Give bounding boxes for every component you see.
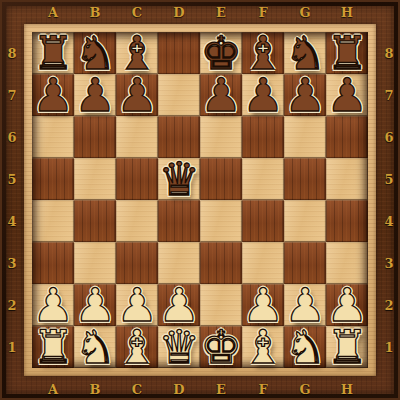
white-rook-a1[interactable]: ♜ <box>32 326 73 368</box>
square-g4[interactable] <box>284 200 326 242</box>
black-pawn-h7[interactable]: ♟ <box>326 74 367 116</box>
black-pawn-b7[interactable]: ♟ <box>74 74 115 116</box>
black-queen-d5[interactable]: ♛ <box>158 158 199 200</box>
square-g1[interactable]: ♞ <box>284 326 326 368</box>
square-c7[interactable]: ♟ <box>116 74 158 116</box>
square-f6[interactable] <box>242 116 284 158</box>
square-a1[interactable]: ♜ <box>32 326 74 368</box>
square-f1[interactable]: ♝ <box>242 326 284 368</box>
black-pawn-a7[interactable]: ♟ <box>32 74 73 116</box>
square-h1[interactable]: ♜ <box>326 326 368 368</box>
square-g5[interactable] <box>284 158 326 200</box>
white-bishop-c1[interactable]: ♝ <box>116 326 157 368</box>
square-c5[interactable] <box>116 158 158 200</box>
square-a5[interactable] <box>32 158 74 200</box>
square-b7[interactable]: ♟ <box>74 74 116 116</box>
square-f7[interactable]: ♟ <box>242 74 284 116</box>
square-c6[interactable] <box>116 116 158 158</box>
square-d1[interactable]: ♛ <box>158 326 200 368</box>
square-a4[interactable] <box>32 200 74 242</box>
square-c1[interactable]: ♝ <box>116 326 158 368</box>
square-d5[interactable]: ♛ <box>158 158 200 200</box>
white-knight-g1[interactable]: ♞ <box>284 326 325 368</box>
white-queen-d1[interactable]: ♛ <box>158 326 199 368</box>
square-e3[interactable] <box>200 242 242 284</box>
square-d4[interactable] <box>158 200 200 242</box>
black-pawn-f7[interactable]: ♟ <box>242 74 283 116</box>
square-h5[interactable] <box>326 158 368 200</box>
square-h6[interactable] <box>326 116 368 158</box>
chessboard-widget: ♜♞♝♚♝♞♜♟♟♟♟♟♟♟♛♟♟♟♟♟♟♟♜♞♝♛♚♝♞♜ ABCDEFGH … <box>0 0 400 400</box>
black-pawn-e7[interactable]: ♟ <box>200 74 241 116</box>
square-e7[interactable]: ♟ <box>200 74 242 116</box>
black-pawn-g7[interactable]: ♟ <box>284 74 325 116</box>
square-e4[interactable] <box>200 200 242 242</box>
square-h4[interactable] <box>326 200 368 242</box>
square-f5[interactable] <box>242 158 284 200</box>
square-g6[interactable] <box>284 116 326 158</box>
square-c4[interactable] <box>116 200 158 242</box>
square-e5[interactable] <box>200 158 242 200</box>
square-b1[interactable]: ♞ <box>74 326 116 368</box>
square-d8[interactable] <box>158 32 200 74</box>
square-a6[interactable] <box>32 116 74 158</box>
square-b4[interactable] <box>74 200 116 242</box>
chess-board: ♜♞♝♚♝♞♜♟♟♟♟♟♟♟♛♟♟♟♟♟♟♟♜♞♝♛♚♝♞♜ <box>32 32 368 368</box>
white-bishop-f1[interactable]: ♝ <box>242 326 283 368</box>
square-g7[interactable]: ♟ <box>284 74 326 116</box>
square-a7[interactable]: ♟ <box>32 74 74 116</box>
black-pawn-c7[interactable]: ♟ <box>116 74 157 116</box>
white-knight-b1[interactable]: ♞ <box>74 326 115 368</box>
square-h7[interactable]: ♟ <box>326 74 368 116</box>
square-f4[interactable] <box>242 200 284 242</box>
white-rook-h1[interactable]: ♜ <box>326 326 367 368</box>
square-e1[interactable]: ♚ <box>200 326 242 368</box>
square-b5[interactable] <box>74 158 116 200</box>
square-b6[interactable] <box>74 116 116 158</box>
white-king-e1[interactable]: ♚ <box>200 326 241 368</box>
square-d7[interactable] <box>158 74 200 116</box>
square-e6[interactable] <box>200 116 242 158</box>
